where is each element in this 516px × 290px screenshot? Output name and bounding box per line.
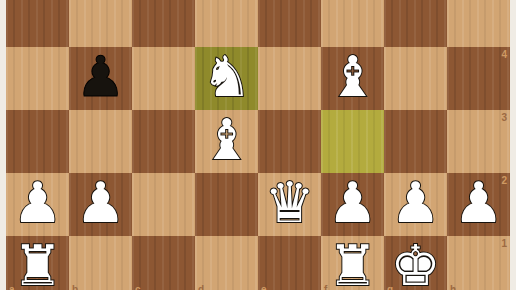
square-c4[interactable] <box>132 47 195 110</box>
square-a1[interactable]: ♜a <box>6 236 69 290</box>
rank-label-3: 3 <box>501 113 507 123</box>
white-pawn-icon[interactable]: ♟ <box>453 171 503 234</box>
black-pawn-icon[interactable]: ♟ <box>75 45 125 108</box>
square-d1[interactable]: d <box>195 236 258 290</box>
file-label-b: b <box>72 285 78 290</box>
square-c5[interactable] <box>132 0 195 47</box>
square-h3[interactable]: 3 <box>447 110 510 173</box>
square-b3[interactable] <box>69 110 132 173</box>
square-f4[interactable]: ♝ <box>321 47 384 110</box>
square-h4[interactable]: 4 <box>447 47 510 110</box>
square-g5[interactable] <box>384 0 447 47</box>
square-d3[interactable]: ♝ <box>195 110 258 173</box>
rank-label-1: 1 <box>501 239 507 249</box>
white-queen-icon[interactable]: ♛ <box>264 171 314 234</box>
white-pawn-icon[interactable]: ♟ <box>75 171 125 234</box>
square-a3[interactable] <box>6 110 69 173</box>
square-e3[interactable] <box>258 110 321 173</box>
white-knight-icon[interactable]: ♞ <box>201 45 251 108</box>
square-e5[interactable] <box>258 0 321 47</box>
square-b2[interactable]: ♟ <box>69 173 132 236</box>
white-bishop-icon[interactable]: ♝ <box>327 45 377 108</box>
square-f5[interactable] <box>321 0 384 47</box>
rank-label-2: 2 <box>501 176 507 186</box>
white-rook-icon[interactable]: ♜ <box>327 234 377 290</box>
square-h1[interactable]: 1h <box>447 236 510 290</box>
square-f3[interactable] <box>321 110 384 173</box>
screenshot-stage: 8765♟♞♝4♝3♟♟♛♟♟♟2♜abcde♜f♚g1h <box>0 0 516 290</box>
file-label-f: f <box>324 285 327 290</box>
square-c3[interactable] <box>132 110 195 173</box>
file-label-e: e <box>261 285 267 290</box>
white-pawn-icon[interactable]: ♟ <box>390 171 440 234</box>
white-pawn-icon[interactable]: ♟ <box>12 171 62 234</box>
square-f2[interactable]: ♟ <box>321 173 384 236</box>
square-h5[interactable]: 5 <box>447 0 510 47</box>
square-c1[interactable]: c <box>132 236 195 290</box>
rank-label-4: 4 <box>501 50 507 60</box>
square-b5[interactable] <box>69 0 132 47</box>
square-g3[interactable] <box>384 110 447 173</box>
square-a5[interactable] <box>6 0 69 47</box>
file-label-c: c <box>135 285 141 290</box>
square-g2[interactable]: ♟ <box>384 173 447 236</box>
square-d4[interactable]: ♞ <box>195 47 258 110</box>
file-label-d: d <box>198 285 204 290</box>
white-king-icon[interactable]: ♚ <box>390 234 440 290</box>
square-a2[interactable]: ♟ <box>6 173 69 236</box>
square-e1[interactable]: e <box>258 236 321 290</box>
square-f1[interactable]: ♜f <box>321 236 384 290</box>
square-b1[interactable]: b <box>69 236 132 290</box>
white-pawn-icon[interactable]: ♟ <box>327 171 377 234</box>
file-label-h: h <box>450 285 456 290</box>
square-e2[interactable]: ♛ <box>258 173 321 236</box>
square-c2[interactable] <box>132 173 195 236</box>
file-label-a: a <box>9 285 15 290</box>
square-e4[interactable] <box>258 47 321 110</box>
square-b4[interactable]: ♟ <box>69 47 132 110</box>
square-a4[interactable] <box>6 47 69 110</box>
square-g1[interactable]: ♚g <box>384 236 447 290</box>
white-bishop-icon[interactable]: ♝ <box>201 108 251 171</box>
file-label-g: g <box>387 285 393 290</box>
white-rook-icon[interactable]: ♜ <box>12 234 62 290</box>
chess-board[interactable]: 8765♟♞♝4♝3♟♟♛♟♟♟2♜abcde♜f♚g1h <box>6 0 510 290</box>
square-d2[interactable] <box>195 173 258 236</box>
square-d5[interactable] <box>195 0 258 47</box>
square-h2[interactable]: ♟2 <box>447 173 510 236</box>
square-g4[interactable] <box>384 47 447 110</box>
